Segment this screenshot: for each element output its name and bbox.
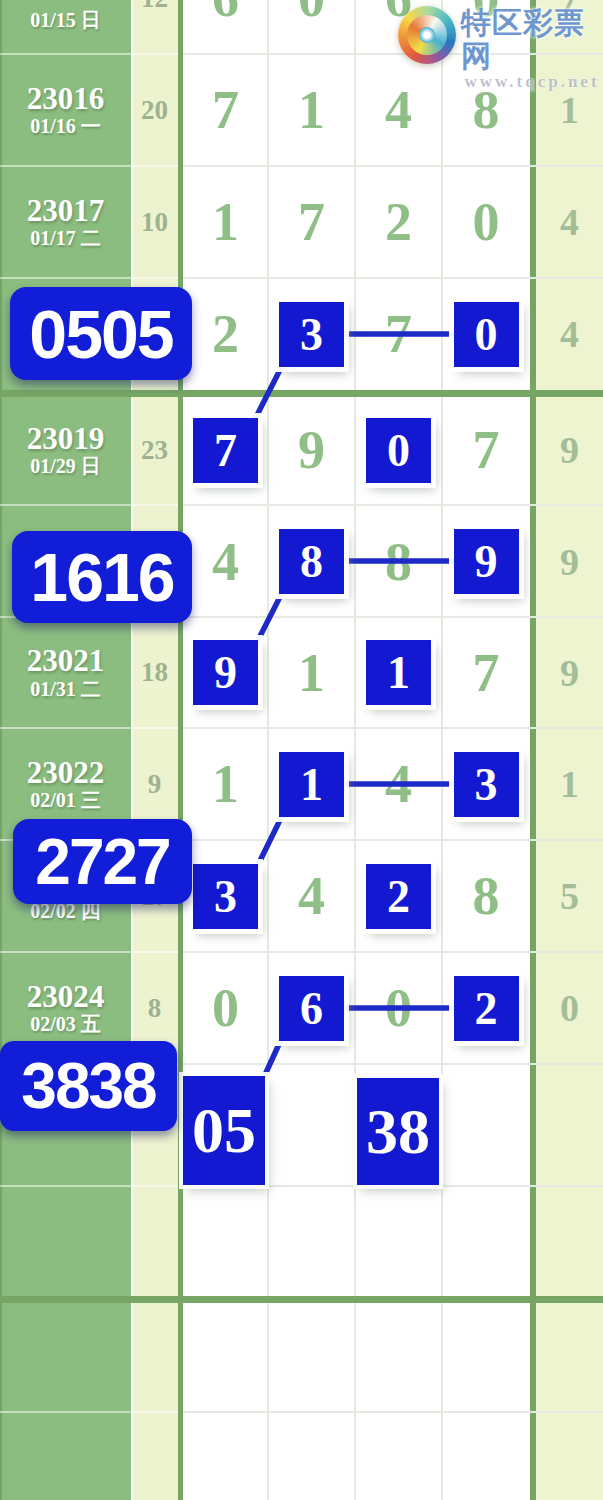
digit-cell: 2 bbox=[355, 166, 442, 278]
count-value: 8 bbox=[148, 993, 162, 1024]
digit: 0 bbox=[212, 977, 239, 1039]
digit-cell: 8 bbox=[268, 506, 355, 617]
highlighted-digit: 0 bbox=[454, 302, 519, 367]
digit-cell: 0 bbox=[355, 394, 442, 506]
lottery-trend-chart: 01/15 日 12 6 0 6 0 7 23016 01/16 一 20 7 … bbox=[0, 0, 603, 1500]
draw-date: 02/01 三 bbox=[30, 789, 101, 811]
badge-1616: 1616 bbox=[12, 531, 192, 623]
digit-cell: 4 bbox=[183, 506, 268, 617]
period-number: 23024 bbox=[27, 981, 105, 1014]
highlighted-digit: 3 bbox=[279, 302, 344, 367]
digit-cell: 9 bbox=[183, 617, 268, 728]
digit: 8 bbox=[473, 865, 500, 927]
highlighted-digit: 3 bbox=[193, 864, 258, 929]
count-value: 12 bbox=[141, 0, 168, 14]
digit-cell: 1 bbox=[183, 728, 268, 840]
digit: 7 bbox=[473, 642, 500, 704]
count-value: 20 bbox=[141, 95, 168, 126]
section-divider bbox=[0, 1296, 603, 1303]
digit: 6 bbox=[212, 0, 239, 29]
count-value: 18 bbox=[141, 657, 168, 688]
digit: 1 bbox=[298, 642, 325, 704]
site-name: 特区彩票网 bbox=[461, 6, 603, 72]
digit-cell: 9 bbox=[442, 506, 530, 617]
digit-cell: 7 bbox=[442, 394, 530, 506]
digit: 0 bbox=[473, 191, 500, 253]
digit: 4 bbox=[385, 753, 412, 815]
site-logo: 特区彩票网 www.tqcp.net bbox=[398, 6, 603, 92]
digit-cell: 7 bbox=[442, 617, 530, 728]
digit: 1 bbox=[298, 79, 325, 141]
digit: 7 bbox=[385, 303, 412, 365]
digit-cell: 1 bbox=[268, 728, 355, 840]
digit-cell: 8 bbox=[442, 840, 530, 952]
draw-date: 01/29 日 bbox=[30, 455, 101, 477]
count-cell: 12 bbox=[131, 0, 178, 54]
digit: 7 bbox=[473, 419, 500, 481]
highlighted-digit: 1 bbox=[279, 752, 344, 817]
highlighted-digit: 8 bbox=[279, 529, 344, 594]
period-number: 23019 bbox=[27, 423, 105, 456]
digit-cell: 4 bbox=[268, 840, 355, 952]
digit-cell: 7 bbox=[183, 54, 268, 166]
draw-date: 01/16 一 bbox=[30, 115, 101, 137]
row-line bbox=[183, 1411, 603, 1413]
draw-date: 01/17 二 bbox=[30, 227, 101, 249]
digit: 9 bbox=[298, 419, 325, 481]
count-cell: 23 bbox=[131, 394, 178, 506]
period-cell: 23019 01/29 日 bbox=[0, 394, 131, 506]
right-digit-cell: 5 bbox=[536, 840, 603, 952]
digit-cell: 9 bbox=[268, 394, 355, 506]
digit: 4 bbox=[298, 865, 325, 927]
badge-2727: 2727 bbox=[13, 819, 192, 904]
digit-cell: 1 bbox=[355, 617, 442, 728]
count-value: 23 bbox=[141, 435, 168, 466]
digit: 4 bbox=[212, 531, 239, 593]
right-digit: 4 bbox=[560, 200, 579, 244]
right-digit-cell: 1 bbox=[536, 728, 603, 840]
highlighted-digit: 7 bbox=[193, 418, 258, 483]
digit-cell: 7 bbox=[268, 166, 355, 278]
count-value: 9 bbox=[148, 769, 162, 800]
digit-cell: 3 bbox=[268, 278, 355, 390]
right-digit-cell: 4 bbox=[536, 278, 603, 390]
digit-cell: 2 bbox=[442, 952, 530, 1064]
digit: 7 bbox=[298, 191, 325, 253]
digit-cell: 1 bbox=[268, 617, 355, 728]
right-digit: 9 bbox=[560, 428, 579, 472]
period-number: 23016 bbox=[27, 83, 105, 116]
digit: 0 bbox=[385, 977, 412, 1039]
draw-row: 23017 01/17 二 10 1 7 2 0 4 bbox=[0, 166, 603, 278]
digit-cell: 7 bbox=[183, 394, 268, 506]
right-digit-cell: 9 bbox=[536, 617, 603, 728]
digit-cell: 0 bbox=[355, 952, 442, 1064]
draw-row: 23021 01/31 二 18 9 1 1 7 9 bbox=[0, 617, 603, 728]
right-digit: 1 bbox=[560, 762, 579, 806]
logo-texts: 特区彩票网 www.tqcp.net bbox=[461, 6, 603, 92]
digit: 1 bbox=[212, 191, 239, 253]
digit-cell: 1 bbox=[268, 54, 355, 166]
digit-cell: 2 bbox=[183, 278, 268, 390]
digit: 2 bbox=[385, 191, 412, 253]
highlighted-digit: 2 bbox=[454, 976, 519, 1041]
digit: 2 bbox=[212, 303, 239, 365]
period-number: 23022 bbox=[27, 757, 105, 790]
digit-cell: 8 bbox=[355, 506, 442, 617]
right-digit-cell: 9 bbox=[536, 394, 603, 506]
site-url-watermark: www.tqcp.net bbox=[464, 72, 599, 92]
digit-cell: 4 bbox=[355, 728, 442, 840]
digit-cell: 6 bbox=[268, 952, 355, 1064]
right-digit: 4 bbox=[560, 312, 579, 356]
right-digit: 5 bbox=[560, 874, 579, 918]
draw-date: 02/03 五 bbox=[30, 1013, 101, 1035]
period-number: 23017 bbox=[27, 195, 105, 228]
count-value: 10 bbox=[141, 207, 168, 238]
prediction-number: 38 bbox=[357, 1078, 439, 1185]
digit-cell: 1 bbox=[183, 166, 268, 278]
highlighted-digit: 1 bbox=[366, 640, 431, 705]
badge-3838: 3838 bbox=[0, 1041, 177, 1131]
right-digit: 0 bbox=[560, 986, 579, 1030]
row-line bbox=[0, 1411, 178, 1413]
digit-cell: 2 bbox=[355, 840, 442, 952]
highlighted-digit: 3 bbox=[454, 752, 519, 817]
period-cell: 23016 01/16 一 bbox=[0, 54, 131, 166]
digit-cell: 6 bbox=[183, 0, 268, 54]
right-digit: 9 bbox=[560, 651, 579, 695]
digit-cell: 3 bbox=[183, 840, 268, 952]
badge-0505: 0505 bbox=[10, 287, 192, 380]
right-digit-cell: 0 bbox=[536, 952, 603, 1064]
period-cell: 23021 01/31 二 bbox=[0, 617, 131, 728]
digit: 7 bbox=[212, 79, 239, 141]
digit-cell: 7 bbox=[355, 278, 442, 390]
highlighted-digit: 0 bbox=[366, 418, 431, 483]
right-digit-cell: 4 bbox=[536, 166, 603, 278]
digit: 8 bbox=[385, 531, 412, 593]
draw-date: 01/31 二 bbox=[30, 678, 101, 700]
highlighted-digit: 6 bbox=[279, 976, 344, 1041]
swirl-logo-icon bbox=[398, 6, 456, 64]
digit-cell: 0 bbox=[183, 952, 268, 1064]
period-cell: 23017 01/17 二 bbox=[0, 166, 131, 278]
count-cell: 18 bbox=[131, 617, 178, 728]
right-digit: 1 bbox=[560, 88, 579, 132]
period-number: 23021 bbox=[27, 645, 105, 678]
digit: 1 bbox=[212, 753, 239, 815]
count-cell: 20 bbox=[131, 54, 178, 166]
highlighted-digit: 9 bbox=[193, 640, 258, 705]
highlighted-digit: 2 bbox=[366, 864, 431, 929]
digit-cell: 0 bbox=[442, 278, 530, 390]
digit-cell: 3 bbox=[442, 728, 530, 840]
draw-date: 01/15 日 bbox=[30, 9, 101, 31]
count-cell: 10 bbox=[131, 166, 178, 278]
digit-cell: 0 bbox=[268, 0, 355, 54]
period-cell: 01/15 日 bbox=[0, 0, 131, 54]
digit: 0 bbox=[298, 0, 325, 29]
draw-row: 23019 01/29 日 23 7 9 0 7 9 bbox=[0, 394, 603, 506]
right-digit-cell: 9 bbox=[536, 506, 603, 617]
section-divider bbox=[0, 390, 603, 397]
highlighted-digit: 9 bbox=[454, 529, 519, 594]
prediction-number: 05 bbox=[183, 1076, 265, 1185]
digit-cell: 0 bbox=[442, 166, 530, 278]
right-digit: 9 bbox=[560, 540, 579, 584]
